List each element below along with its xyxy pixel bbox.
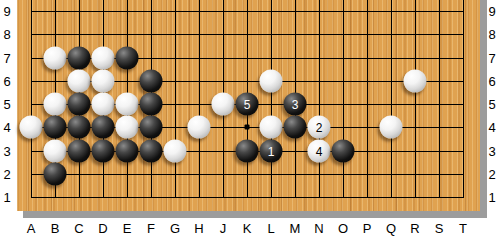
stone-white-L4[interactable]: [260, 116, 283, 139]
stone-white-N4[interactable]: 2: [308, 116, 331, 139]
stone-black-B4[interactable]: [44, 116, 67, 139]
coord-label-bottom-F: F: [147, 222, 155, 235]
coord-label-bottom-P: P: [363, 222, 372, 235]
grid-line-col-T: [463, 0, 464, 198]
stone-black-B2[interactable]: [44, 163, 67, 186]
coord-label-left-1: 1: [3, 191, 10, 204]
stone-white-E4[interactable]: [116, 116, 139, 139]
coord-label-right-4: 4: [488, 121, 495, 134]
stone-white-H4[interactable]: [188, 116, 211, 139]
stone-white-J5[interactable]: [212, 93, 235, 116]
stone-black-L3[interactable]: 1: [260, 140, 283, 163]
grid-line-col-H: [199, 0, 200, 198]
coord-label-right-8: 8: [488, 28, 495, 41]
coord-label-bottom-N: N: [314, 222, 323, 235]
coord-label-bottom-E: E: [123, 222, 132, 235]
coord-label-bottom-A: A: [27, 222, 36, 235]
stone-black-F6[interactable]: [140, 70, 163, 93]
grid-line-row-1: [31, 197, 464, 198]
move-number-3: 3: [292, 98, 299, 110]
coord-label-left-8: 8: [3, 28, 10, 41]
coord-label-right-3: 3: [488, 145, 495, 158]
stone-white-Q4[interactable]: [380, 116, 403, 139]
grid-line-row-9: [31, 11, 464, 12]
grid-line-col-A: [31, 0, 32, 198]
stone-white-L6[interactable]: [260, 70, 283, 93]
stone-black-C5[interactable]: [68, 93, 91, 116]
stone-white-E5[interactable]: [116, 93, 139, 116]
stone-white-A4[interactable]: [20, 116, 43, 139]
coord-label-bottom-J: J: [220, 222, 227, 235]
stone-white-D6[interactable]: [92, 70, 115, 93]
stone-black-C7[interactable]: [68, 47, 91, 70]
grid-line-col-G: [175, 0, 176, 198]
move-number-4: 4: [316, 145, 323, 157]
coord-label-bottom-R: R: [410, 222, 419, 235]
stone-black-M5[interactable]: 3: [284, 93, 307, 116]
coord-label-right-7: 7: [488, 52, 495, 65]
coord-label-bottom-S: S: [435, 222, 444, 235]
coord-label-left-2: 2: [3, 168, 10, 181]
coord-label-right-9: 9: [488, 5, 495, 18]
board-shadow-right: [480, 0, 487, 218]
go-board[interactable]: 53214: [17, 0, 480, 211]
coord-label-left-4: 4: [3, 121, 10, 134]
grid-line-col-L: [271, 0, 272, 198]
go-diagram: 53214 ABCDEFGHJKLMNOPQRST987654321987654…: [0, 0, 500, 236]
grid-line-col-Q: [391, 0, 392, 198]
coord-label-bottom-G: G: [170, 222, 180, 235]
stone-black-E3[interactable]: [116, 140, 139, 163]
stone-black-K3[interactable]: [236, 140, 259, 163]
coord-label-left-3: 3: [3, 145, 10, 158]
coord-label-left-6: 6: [3, 75, 10, 88]
stone-white-C6[interactable]: [68, 70, 91, 93]
move-number-2: 2: [316, 121, 323, 133]
coord-label-left-9: 9: [3, 5, 10, 18]
coord-label-right-6: 6: [488, 75, 495, 88]
coord-label-bottom-Q: Q: [386, 222, 396, 235]
coord-label-right-1: 1: [488, 191, 495, 204]
stone-white-D5[interactable]: [92, 93, 115, 116]
coord-label-bottom-C: C: [74, 222, 83, 235]
move-number-5: 5: [244, 98, 251, 110]
coord-label-bottom-L: L: [267, 222, 274, 235]
grid-line-col-O: [343, 0, 344, 198]
stone-black-F5[interactable]: [140, 93, 163, 116]
stone-white-B3[interactable]: [44, 140, 67, 163]
coord-label-bottom-O: O: [338, 222, 348, 235]
stone-black-K5[interactable]: 5: [236, 93, 259, 116]
coord-label-bottom-H: H: [194, 222, 203, 235]
stone-white-B7[interactable]: [44, 47, 67, 70]
coord-label-right-2: 2: [488, 168, 495, 181]
coord-label-left-5: 5: [3, 98, 10, 111]
grid-line-col-P: [367, 0, 368, 198]
coord-label-right-5: 5: [488, 98, 495, 111]
star-point-K4: [245, 125, 250, 130]
stone-black-E7[interactable]: [116, 47, 139, 70]
grid-line-row-8: [31, 34, 464, 35]
stone-black-O3[interactable]: [332, 140, 355, 163]
stone-white-R6[interactable]: [404, 70, 427, 93]
coord-label-bottom-B: B: [51, 222, 60, 235]
coord-label-bottom-T: T: [459, 222, 467, 235]
stone-black-F3[interactable]: [140, 140, 163, 163]
stone-white-G3[interactable]: [164, 140, 187, 163]
stone-white-N3[interactable]: 4: [308, 140, 331, 163]
stone-black-D3[interactable]: [92, 140, 115, 163]
stone-black-M4[interactable]: [284, 116, 307, 139]
stone-black-F4[interactable]: [140, 116, 163, 139]
coord-label-bottom-K: K: [243, 222, 252, 235]
grid-line-row-2: [31, 174, 464, 175]
stone-black-C3[interactable]: [68, 140, 91, 163]
board-shadow-bottom: [23, 211, 487, 218]
coord-label-bottom-D: D: [98, 222, 107, 235]
move-number-1: 1: [268, 145, 275, 157]
stone-black-C4[interactable]: [68, 116, 91, 139]
coord-label-bottom-M: M: [290, 222, 301, 235]
stone-white-D7[interactable]: [92, 47, 115, 70]
grid-line-col-R: [415, 0, 416, 198]
grid-line-col-N: [319, 0, 320, 198]
stone-white-B5[interactable]: [44, 93, 67, 116]
stone-black-D4[interactable]: [92, 116, 115, 139]
grid-line-col-S: [439, 0, 440, 198]
coord-label-left-7: 7: [3, 52, 10, 65]
